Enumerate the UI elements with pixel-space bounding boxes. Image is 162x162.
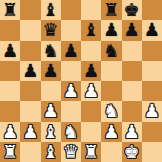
white-pawn-icon: ♟ <box>63 81 79 101</box>
square-f2[interactable]: ♟ <box>101 122 121 142</box>
square-h8[interactable] <box>142 0 162 20</box>
white-knight-icon: ♞ <box>63 122 79 142</box>
square-h5[interactable] <box>142 61 162 81</box>
square-g5[interactable] <box>122 61 142 81</box>
square-f1[interactable] <box>101 142 121 162</box>
square-f4[interactable] <box>101 81 121 101</box>
white-queen-icon: ♛ <box>63 142 79 162</box>
square-b4[interactable] <box>20 81 40 101</box>
square-h6[interactable] <box>142 41 162 61</box>
black-bishop-icon: ♝ <box>43 0 59 20</box>
square-a7[interactable] <box>0 20 20 40</box>
square-a5[interactable] <box>0 61 20 81</box>
square-d6[interactable]: ♟ <box>61 41 81 61</box>
white-pawn-icon: ♟ <box>144 101 160 121</box>
black-pawn-icon: ♟ <box>83 61 99 81</box>
square-b1[interactable] <box>20 142 40 162</box>
square-f8[interactable]: ♜ <box>101 0 121 20</box>
square-h3[interactable]: ♟ <box>142 101 162 121</box>
black-pawn-icon: ♟ <box>43 61 59 81</box>
square-b8[interactable] <box>20 0 40 20</box>
square-c5[interactable]: ♟ <box>41 61 61 81</box>
square-d1[interactable]: ♛ <box>61 142 81 162</box>
white-bishop-icon: ♝ <box>43 142 59 162</box>
square-g4[interactable] <box>122 81 142 101</box>
square-e8[interactable] <box>81 0 101 20</box>
black-knight-icon: ♞ <box>43 41 59 61</box>
black-pawn-icon: ♟ <box>2 41 18 61</box>
white-pawn-icon: ♟ <box>83 81 99 101</box>
square-b3[interactable] <box>20 101 40 121</box>
black-rook-icon: ♜ <box>2 0 18 20</box>
black-pawn-icon: ♟ <box>22 61 38 81</box>
square-g1[interactable]: ♚ <box>122 142 142 162</box>
square-c1[interactable]: ♝ <box>41 142 61 162</box>
square-g3[interactable] <box>122 101 142 121</box>
square-e7[interactable]: ♝ <box>81 20 101 40</box>
square-d3[interactable] <box>61 101 81 121</box>
white-pawn-icon: ♟ <box>22 122 38 142</box>
black-pawn-icon: ♟ <box>63 41 79 61</box>
square-c6[interactable]: ♞ <box>41 41 61 61</box>
square-f5[interactable] <box>101 61 121 81</box>
white-rook-icon: ♜ <box>2 142 18 162</box>
square-a6[interactable]: ♟ <box>0 41 20 61</box>
square-a3[interactable] <box>0 101 20 121</box>
square-c8[interactable]: ♝ <box>41 0 61 20</box>
square-h1[interactable] <box>142 142 162 162</box>
square-g7[interactable]: ♟ <box>122 20 142 40</box>
square-h2[interactable] <box>142 122 162 142</box>
square-d4[interactable]: ♟ <box>61 81 81 101</box>
white-pawn-icon: ♟ <box>2 122 18 142</box>
square-b2[interactable]: ♟ <box>20 122 40 142</box>
square-h7[interactable]: ♟ <box>142 20 162 40</box>
black-rook-icon: ♜ <box>103 0 119 20</box>
black-pawn-icon: ♟ <box>103 20 119 40</box>
square-g2[interactable]: ♟ <box>122 122 142 142</box>
white-knight-icon: ♞ <box>103 101 119 121</box>
square-c4[interactable] <box>41 81 61 101</box>
white-pawn-icon: ♟ <box>124 122 140 142</box>
square-b7[interactable] <box>20 20 40 40</box>
square-d2[interactable]: ♞ <box>61 122 81 142</box>
black-knight-icon: ♞ <box>103 41 119 61</box>
chess-board: ♜♝♜♚♛♝♟♟♟♟♞♟♞♟♟♟♟♟♟♞♟♟♟♝♞♟♟♜♝♛♜♚ <box>0 0 162 162</box>
square-e4[interactable]: ♟ <box>81 81 101 101</box>
square-h4[interactable] <box>142 81 162 101</box>
black-queen-icon: ♛ <box>43 20 59 40</box>
black-pawn-icon: ♟ <box>144 20 160 40</box>
square-f3[interactable]: ♞ <box>101 101 121 121</box>
white-king-icon: ♚ <box>124 142 140 162</box>
square-g8[interactable]: ♚ <box>122 0 142 20</box>
square-f6[interactable]: ♞ <box>101 41 121 61</box>
square-f7[interactable]: ♟ <box>101 20 121 40</box>
square-b5[interactable]: ♟ <box>20 61 40 81</box>
square-d7[interactable] <box>61 20 81 40</box>
square-a1[interactable]: ♜ <box>0 142 20 162</box>
square-d8[interactable] <box>61 0 81 20</box>
square-e6[interactable] <box>81 41 101 61</box>
black-bishop-icon: ♝ <box>83 20 99 40</box>
white-bishop-icon: ♝ <box>43 122 59 142</box>
square-d5[interactable] <box>61 61 81 81</box>
square-a2[interactable]: ♟ <box>0 122 20 142</box>
square-c7[interactable]: ♛ <box>41 20 61 40</box>
white-pawn-icon: ♟ <box>43 101 59 121</box>
square-e5[interactable]: ♟ <box>81 61 101 81</box>
white-rook-icon: ♜ <box>83 142 99 162</box>
square-c2[interactable]: ♝ <box>41 122 61 142</box>
square-a4[interactable] <box>0 81 20 101</box>
square-e1[interactable]: ♜ <box>81 142 101 162</box>
black-pawn-icon: ♟ <box>124 20 140 40</box>
white-pawn-icon: ♟ <box>103 122 119 142</box>
black-king-icon: ♚ <box>124 0 140 20</box>
square-e3[interactable] <box>81 101 101 121</box>
square-c3[interactable]: ♟ <box>41 101 61 121</box>
square-g6[interactable] <box>122 41 142 61</box>
square-b6[interactable] <box>20 41 40 61</box>
square-e2[interactable] <box>81 122 101 142</box>
square-a8[interactable]: ♜ <box>0 0 20 20</box>
